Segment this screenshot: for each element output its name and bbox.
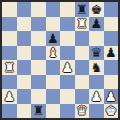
square-f7[interactable]: ♜ [75, 17, 90, 32]
square-g7[interactable]: ♟ [89, 17, 104, 32]
square-f2[interactable] [75, 89, 90, 104]
square-b6[interactable] [17, 31, 32, 46]
square-h5[interactable]: ♟ [104, 46, 119, 61]
square-b5[interactable] [17, 46, 32, 61]
square-g5[interactable]: ♛ [89, 46, 104, 61]
square-g6[interactable] [89, 31, 104, 46]
white-bishop: ♝ [47, 46, 59, 59]
square-f5[interactable] [75, 46, 90, 61]
square-f8[interactable]: ♜ [75, 2, 90, 17]
square-g2[interactable]: ♟ [89, 89, 104, 104]
white-rook: ♜ [3, 60, 15, 73]
black-rook: ♜ [32, 104, 44, 117]
white-king: ♚ [105, 104, 117, 117]
black-pawn: ♟ [90, 17, 102, 30]
square-e8[interactable] [60, 2, 75, 17]
black-rook: ♜ [76, 2, 88, 15]
square-c8[interactable] [31, 2, 46, 17]
square-b2[interactable] [17, 89, 32, 104]
square-a5[interactable] [2, 46, 17, 61]
square-b4[interactable] [17, 60, 32, 75]
square-h4[interactable] [104, 60, 119, 75]
square-e7[interactable] [60, 17, 75, 32]
square-b3[interactable] [17, 75, 32, 90]
square-e2[interactable] [60, 89, 75, 104]
square-h1[interactable]: ♚ [104, 104, 119, 119]
square-d8[interactable] [46, 2, 61, 17]
black-pawn: ♟ [105, 46, 117, 59]
white-queen: ♛ [76, 104, 88, 117]
square-g8[interactable]: ♚ [89, 2, 104, 17]
square-b1[interactable] [17, 104, 32, 119]
square-d7[interactable] [46, 17, 61, 32]
square-e4[interactable]: ♟ [60, 60, 75, 75]
square-c4[interactable] [31, 60, 46, 75]
square-b8[interactable] [17, 2, 32, 17]
square-f6[interactable] [75, 31, 90, 46]
white-pawn: ♟ [3, 89, 15, 102]
white-pawn: ♟ [105, 89, 117, 102]
square-a3[interactable] [2, 75, 17, 90]
black-king: ♚ [90, 2, 102, 15]
square-c6[interactable] [31, 31, 46, 46]
square-d5[interactable]: ♝ [46, 46, 61, 61]
square-f4[interactable] [75, 60, 90, 75]
square-c3[interactable] [31, 75, 46, 90]
square-c1[interactable]: ♜ [31, 104, 46, 119]
square-a6[interactable] [2, 31, 17, 46]
square-a7[interactable] [2, 17, 17, 32]
square-c5[interactable] [31, 46, 46, 61]
square-e3[interactable] [60, 75, 75, 90]
square-a8[interactable] [2, 2, 17, 17]
square-e1[interactable] [60, 104, 75, 119]
white-pawn: ♟ [61, 60, 73, 73]
square-f1[interactable]: ♛ [75, 104, 90, 119]
black-knight: ♞ [90, 60, 102, 73]
square-a4[interactable]: ♜ [2, 60, 17, 75]
square-d4[interactable] [46, 60, 61, 75]
square-e5[interactable] [60, 46, 75, 61]
square-d1[interactable] [46, 104, 61, 119]
square-b7[interactable] [17, 17, 32, 32]
square-g3[interactable] [89, 75, 104, 90]
square-h2[interactable]: ♟ [104, 89, 119, 104]
square-a2[interactable]: ♟ [2, 89, 17, 104]
square-h3[interactable] [104, 75, 119, 90]
square-a1[interactable] [2, 104, 17, 119]
square-d6[interactable]: ♟ [46, 31, 61, 46]
square-d2[interactable] [46, 89, 61, 104]
black-queen: ♛ [90, 46, 102, 59]
square-g1[interactable] [89, 104, 104, 119]
square-e6[interactable] [60, 31, 75, 46]
white-rook: ♜ [76, 17, 88, 30]
square-c2[interactable] [31, 89, 46, 104]
square-h8[interactable] [104, 2, 119, 17]
chess-board: ♜♚♜♟♟♝♛♟♜♟♞♟♟♟♜♛♚ [0, 0, 120, 120]
square-h7[interactable] [104, 17, 119, 32]
square-d3[interactable] [46, 75, 61, 90]
square-f3[interactable] [75, 75, 90, 90]
square-h6[interactable] [104, 31, 119, 46]
square-g4[interactable]: ♞ [89, 60, 104, 75]
black-pawn: ♟ [47, 31, 59, 44]
white-pawn: ♟ [90, 89, 102, 102]
square-c7[interactable] [31, 17, 46, 32]
